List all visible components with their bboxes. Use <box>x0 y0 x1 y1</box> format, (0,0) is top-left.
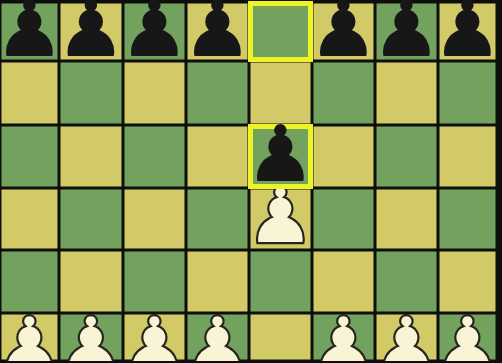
white-pawn[interactable]: ♟ <box>186 313 249 361</box>
square-h2[interactable]: ♟ <box>438 313 497 361</box>
square-g2[interactable]: ♟ <box>375 313 438 361</box>
square-b4[interactable] <box>59 188 123 250</box>
black-pawn[interactable]: ♟ <box>309 0 379 68</box>
square-h6[interactable] <box>438 61 497 125</box>
square-d6[interactable] <box>186 61 249 125</box>
black-pawn[interactable]: ♟ <box>372 0 442 68</box>
square-a5[interactable] <box>0 125 59 188</box>
black-pawn[interactable]: ♟ <box>0 0 64 68</box>
square-g4[interactable] <box>375 188 438 250</box>
square-h7[interactable]: ♟ <box>438 2 497 61</box>
square-a4[interactable] <box>0 188 59 250</box>
square-d2[interactable]: ♟ <box>186 313 249 361</box>
square-f7[interactable]: ♟ <box>312 2 375 61</box>
square-e3[interactable] <box>249 250 312 313</box>
square-b3[interactable] <box>59 250 123 313</box>
square-g7[interactable]: ♟ <box>375 2 438 61</box>
black-pawn[interactable]: ♟ <box>183 0 253 68</box>
square-e5[interactable]: ♟ <box>249 125 312 188</box>
black-pawn[interactable]: ♟ <box>433 0 502 68</box>
square-c3[interactable] <box>123 250 186 313</box>
square-d5[interactable] <box>186 125 249 188</box>
square-c5[interactable] <box>123 125 186 188</box>
black-pawn[interactable]: ♟ <box>120 0 190 68</box>
square-c7[interactable]: ♟ <box>123 2 186 61</box>
square-g5[interactable] <box>375 125 438 188</box>
square-f6[interactable] <box>312 61 375 125</box>
square-b2[interactable]: ♟ <box>59 313 123 361</box>
white-pawn[interactable]: ♟ <box>59 313 123 361</box>
square-b5[interactable] <box>59 125 123 188</box>
black-pawn[interactable]: ♟ <box>56 0 126 68</box>
square-e7[interactable] <box>249 2 312 61</box>
white-pawn[interactable]: ♟ <box>438 313 497 361</box>
chess-board: ♟♟♟♟♟♟♟♟♟♟♟♟♟♟♟♟ <box>0 0 502 363</box>
square-f2[interactable]: ♟ <box>312 313 375 361</box>
square-g3[interactable] <box>375 250 438 313</box>
square-c2[interactable]: ♟ <box>123 313 186 361</box>
white-pawn[interactable]: ♟ <box>312 313 375 361</box>
black-pawn[interactable]: ♟ <box>246 115 316 193</box>
square-d7[interactable]: ♟ <box>186 2 249 61</box>
white-pawn[interactable]: ♟ <box>0 313 59 361</box>
square-g6[interactable] <box>375 61 438 125</box>
square-h5[interactable] <box>438 125 497 188</box>
square-a2[interactable]: ♟ <box>0 313 59 361</box>
square-d4[interactable] <box>186 188 249 250</box>
square-c4[interactable] <box>123 188 186 250</box>
square-a3[interactable] <box>0 250 59 313</box>
square-e2[interactable] <box>249 313 312 361</box>
square-h3[interactable] <box>438 250 497 313</box>
square-a7[interactable]: ♟ <box>0 2 59 61</box>
square-b7[interactable]: ♟ <box>59 2 123 61</box>
square-f5[interactable] <box>312 125 375 188</box>
square-f4[interactable] <box>312 188 375 250</box>
square-f3[interactable] <box>312 250 375 313</box>
square-c6[interactable] <box>123 61 186 125</box>
white-pawn[interactable]: ♟ <box>123 313 186 361</box>
square-h4[interactable] <box>438 188 497 250</box>
square-a6[interactable] <box>0 61 59 125</box>
square-d3[interactable] <box>186 250 249 313</box>
white-pawn[interactable]: ♟ <box>375 313 438 361</box>
square-b6[interactable] <box>59 61 123 125</box>
